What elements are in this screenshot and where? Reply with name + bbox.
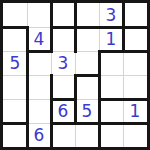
cell-r5c2[interactable] [27,99,51,123]
cell-r4c3[interactable] [51,75,75,99]
cell-r6c1[interactable] [3,123,27,147]
cell-r4c4[interactable] [75,75,99,99]
cell-r1c1[interactable] [3,3,27,27]
cell-r3c6[interactable] [123,51,147,75]
cell-r6c3[interactable] [51,123,75,147]
given-digit: 3 [106,3,117,27]
cell-r3c2[interactable] [27,51,51,75]
cell-r4c5[interactable] [99,75,123,99]
cell-r4c1[interactable] [3,75,27,99]
cell-r6c2[interactable]: 6 [27,123,51,147]
board-grid: 341536516 [3,3,147,147]
cell-r4c6[interactable] [123,75,147,99]
cell-r2c2[interactable]: 4 [27,27,51,51]
given-digit: 6 [58,99,69,123]
cell-r1c6[interactable] [123,3,147,27]
cell-r5c4[interactable]: 5 [75,99,99,123]
given-digit: 5 [82,99,93,123]
given-digit: 3 [58,51,69,75]
cell-r6c4[interactable] [75,123,99,147]
cell-r5c6[interactable]: 1 [123,99,147,123]
cell-r2c6[interactable] [123,27,147,51]
cell-r4c2[interactable] [27,75,51,99]
cell-r2c4[interactable] [75,27,99,51]
cell-r5c1[interactable] [3,99,27,123]
puzzle-board: 341536516 [0,0,150,150]
cell-r6c5[interactable] [99,123,123,147]
given-digit: 6 [34,123,45,147]
puzzle-screenshot: 341536516 [0,0,150,150]
given-digit: 1 [130,99,141,123]
cell-r1c2[interactable] [27,3,51,27]
cell-r2c1[interactable] [3,27,27,51]
given-digit: 5 [10,51,21,75]
cell-r1c3[interactable] [51,3,75,27]
cell-r3c5[interactable] [99,51,123,75]
cell-r5c5[interactable] [99,99,123,123]
cell-r3c3[interactable]: 3 [51,51,75,75]
cell-r6c6[interactable] [123,123,147,147]
cell-r3c4[interactable] [75,51,99,75]
cell-r2c5[interactable]: 1 [99,27,123,51]
cell-r1c5[interactable]: 3 [99,3,123,27]
cell-r3c1[interactable]: 5 [3,51,27,75]
cell-r5c3[interactable]: 6 [51,99,75,123]
given-digit: 4 [34,27,45,51]
given-digit: 1 [106,27,117,51]
cell-r1c4[interactable] [75,3,99,27]
cell-r2c3[interactable] [51,27,75,51]
